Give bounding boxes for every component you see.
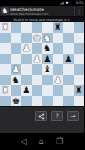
black-pawn[interactable]: ♟ <box>21 85 32 96</box>
square[interactable] <box>32 75 43 86</box>
square[interactable] <box>0 33 11 44</box>
square[interactable] <box>11 33 22 44</box>
square[interactable]: ♟ <box>21 85 32 96</box>
share-icon <box>38 113 45 120</box>
square[interactable] <box>21 33 32 44</box>
square[interactable]: ♟ <box>63 54 74 65</box>
square[interactable] <box>63 96 74 107</box>
square[interactable] <box>32 43 43 54</box>
square[interactable] <box>74 64 85 75</box>
square[interactable] <box>63 64 74 75</box>
square[interactable] <box>63 85 74 96</box>
puzzle-toolbar: ? → <box>0 106 84 133</box>
square[interactable]: ♝ <box>42 64 53 75</box>
app-title: IdeaCheckmate <box>10 7 56 11</box>
next-puzzle-button[interactable]: → <box>67 111 79 121</box>
square[interactable] <box>53 43 64 54</box>
square[interactable] <box>74 96 85 107</box>
black-rook[interactable]: ♜ <box>74 85 85 96</box>
square[interactable] <box>63 43 74 54</box>
status-time: 9:56 <box>76 1 83 4</box>
white-rook[interactable]: ♜ <box>0 22 11 33</box>
square[interactable] <box>21 96 32 107</box>
help-button[interactable]: ? <box>51 111 63 121</box>
square[interactable]: ♜ <box>53 22 64 33</box>
square[interactable] <box>11 43 22 54</box>
square[interactable] <box>53 64 64 75</box>
square[interactable] <box>32 96 43 107</box>
square[interactable] <box>74 54 85 65</box>
square[interactable]: ♟ <box>11 64 22 75</box>
white-pawn[interactable]: ♟ <box>53 75 64 86</box>
square[interactable] <box>0 54 11 65</box>
square[interactable]: ♜ <box>0 22 11 33</box>
square[interactable]: ♟ <box>21 43 32 54</box>
square[interactable] <box>32 22 43 33</box>
square[interactable] <box>63 33 74 44</box>
square[interactable] <box>74 75 85 86</box>
puzzle-instruction: BLACK to move and checkmate in 1 <box>14 18 70 21</box>
white-king[interactable]: ♚ <box>32 33 43 44</box>
arrow-right-icon: → <box>70 112 75 120</box>
square[interactable] <box>32 85 43 96</box>
square[interactable] <box>11 54 22 65</box>
square[interactable]: ♚ <box>32 33 43 44</box>
wifi-icon <box>65 1 69 5</box>
square[interactable]: ♚ <box>11 96 22 107</box>
white-pawn[interactable]: ♟ <box>21 43 32 54</box>
signal-icon <box>60 1 64 5</box>
square[interactable] <box>53 54 64 65</box>
black-knight[interactable]: ♞ <box>42 43 53 54</box>
black-knight[interactable]: ♞ <box>11 75 22 86</box>
white-knight[interactable]: ♞ <box>42 33 53 44</box>
square[interactable] <box>0 75 11 86</box>
square[interactable]: ♟ <box>53 75 64 86</box>
square[interactable] <box>74 33 85 44</box>
white-rook[interactable]: ♜ <box>0 85 11 96</box>
black-pawn[interactable]: ♟ <box>42 54 53 65</box>
square[interactable]: ♞ <box>11 75 22 86</box>
help-icon: ? <box>55 112 58 120</box>
black-king[interactable]: ♚ <box>11 96 22 107</box>
square[interactable] <box>21 22 32 33</box>
overflow-menu-icon[interactable]: ⋮ <box>74 7 83 16</box>
square[interactable] <box>42 96 53 107</box>
square[interactable] <box>0 96 11 107</box>
black-pawn[interactable]: ♟ <box>63 54 74 65</box>
home-icon[interactable]: ⌂ <box>39 137 44 147</box>
app-logo-knight-icon: ♞ <box>1 7 9 15</box>
square[interactable] <box>53 85 64 96</box>
black-rook[interactable]: ♜ <box>53 22 64 33</box>
square[interactable] <box>21 54 32 65</box>
app-window: 9:56 ♞ IdeaCheckmate www.ideacheckmate.c… <box>0 0 84 150</box>
square[interactable]: ♞ <box>42 33 53 44</box>
square[interactable] <box>42 75 53 86</box>
square[interactable] <box>42 85 53 96</box>
square[interactable] <box>11 85 22 96</box>
share-button[interactable] <box>35 111 47 121</box>
header-text: IdeaCheckmate www.ideacheckmate.com <box>10 7 74 16</box>
back-icon[interactable]: ◁ <box>21 137 27 147</box>
square[interactable] <box>63 22 74 33</box>
square[interactable]: ♞ <box>42 43 53 54</box>
square[interactable] <box>53 96 64 107</box>
square[interactable] <box>42 22 53 33</box>
white-pawn[interactable]: ♟ <box>32 54 43 65</box>
app-header: ♞ IdeaCheckmate www.ideacheckmate.com ⋮ <box>0 6 84 17</box>
square[interactable] <box>21 64 32 75</box>
square[interactable] <box>74 22 85 33</box>
white-pawn[interactable]: ♟ <box>11 64 22 75</box>
square[interactable] <box>11 22 22 33</box>
square[interactable] <box>32 64 43 75</box>
square[interactable] <box>53 33 64 44</box>
square[interactable] <box>74 43 85 54</box>
square[interactable] <box>63 75 74 86</box>
square[interactable]: ♜ <box>74 85 85 96</box>
square[interactable]: ♜ <box>0 85 11 96</box>
recents-icon[interactable]: ❐ <box>56 137 63 147</box>
square[interactable] <box>21 75 32 86</box>
app-subtitle: www.ideacheckmate.com <box>10 13 42 15</box>
square[interactable] <box>0 64 11 75</box>
square[interactable]: ♟ <box>32 54 43 65</box>
black-bishop[interactable]: ♝ <box>42 64 53 75</box>
square[interactable]: ♟ <box>42 54 53 65</box>
chess-board: ♜♜♚♞♟♞♟♟♟♟♝♞♟♜♟♜♚ <box>0 22 84 106</box>
android-nav-bar: ◁ ⌂ ❐ <box>0 133 84 150</box>
square[interactable] <box>0 43 11 54</box>
